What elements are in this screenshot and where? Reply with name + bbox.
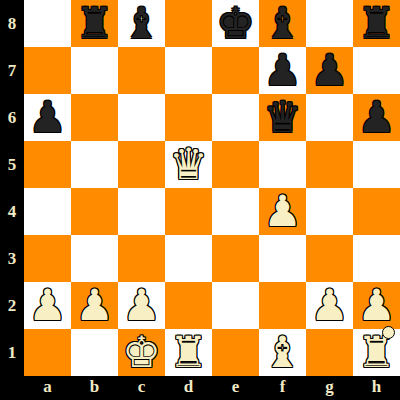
piece-white-queen: ♛ bbox=[165, 141, 212, 188]
square-g5[interactable] bbox=[306, 141, 353, 188]
square-a8[interactable] bbox=[24, 0, 71, 47]
square-f8[interactable]: ♝ bbox=[259, 0, 306, 47]
square-f6[interactable]: ♛ bbox=[259, 94, 306, 141]
square-b7[interactable] bbox=[71, 47, 118, 94]
square-a6[interactable]: ♟ bbox=[24, 94, 71, 141]
piece-white-bishop: ♝ bbox=[259, 329, 306, 376]
piece-black-pawn: ♟ bbox=[24, 94, 71, 141]
square-a5[interactable] bbox=[24, 141, 71, 188]
square-c1[interactable]: ♚ bbox=[118, 329, 165, 376]
file-label-b: b bbox=[71, 376, 118, 400]
square-c6[interactable] bbox=[118, 94, 165, 141]
chess-app: ♜♝♚♝♜♟♟♟♛♟♛♟♟♟♟♟♟♚♜♝♜ 87654321 abcdefgh bbox=[0, 0, 400, 400]
rank-label-6: 6 bbox=[0, 94, 24, 141]
file-label-d: d bbox=[165, 376, 212, 400]
square-h7[interactable] bbox=[353, 47, 400, 94]
square-e1[interactable] bbox=[212, 329, 259, 376]
square-g1[interactable] bbox=[306, 329, 353, 376]
square-a3[interactable] bbox=[24, 235, 71, 282]
square-a1[interactable] bbox=[24, 329, 71, 376]
square-h3[interactable] bbox=[353, 235, 400, 282]
file-label-c: c bbox=[118, 376, 165, 400]
piece-white-pawn: ♟ bbox=[71, 282, 118, 329]
piece-black-rook: ♜ bbox=[353, 0, 400, 47]
square-e6[interactable] bbox=[212, 94, 259, 141]
square-g2[interactable]: ♟ bbox=[306, 282, 353, 329]
square-b6[interactable] bbox=[71, 94, 118, 141]
piece-black-bishop: ♝ bbox=[259, 0, 306, 47]
square-a4[interactable] bbox=[24, 188, 71, 235]
square-g4[interactable] bbox=[306, 188, 353, 235]
file-label-g: g bbox=[306, 376, 353, 400]
file-label-a: a bbox=[24, 376, 71, 400]
square-b5[interactable] bbox=[71, 141, 118, 188]
rank-label-5: 5 bbox=[0, 141, 24, 188]
square-b2[interactable]: ♟ bbox=[71, 282, 118, 329]
file-label-f: f bbox=[259, 376, 306, 400]
square-b3[interactable] bbox=[71, 235, 118, 282]
square-c8[interactable]: ♝ bbox=[118, 0, 165, 47]
square-h2[interactable]: ♟ bbox=[353, 282, 400, 329]
square-a7[interactable] bbox=[24, 47, 71, 94]
square-d3[interactable] bbox=[165, 235, 212, 282]
rank-coordinates: 87654321 bbox=[0, 0, 24, 376]
square-d7[interactable] bbox=[165, 47, 212, 94]
square-h5[interactable] bbox=[353, 141, 400, 188]
rank-label-3: 3 bbox=[0, 235, 24, 282]
square-e8[interactable]: ♚ bbox=[212, 0, 259, 47]
square-c4[interactable] bbox=[118, 188, 165, 235]
square-e2[interactable] bbox=[212, 282, 259, 329]
square-f3[interactable] bbox=[259, 235, 306, 282]
square-e5[interactable] bbox=[212, 141, 259, 188]
square-c2[interactable]: ♟ bbox=[118, 282, 165, 329]
piece-white-pawn: ♟ bbox=[306, 282, 353, 329]
piece-white-rook: ♜ bbox=[165, 329, 212, 376]
square-b8[interactable]: ♜ bbox=[71, 0, 118, 47]
rank-label-4: 4 bbox=[0, 188, 24, 235]
piece-white-pawn: ♟ bbox=[118, 282, 165, 329]
rank-label-2: 2 bbox=[0, 282, 24, 329]
square-h4[interactable] bbox=[353, 188, 400, 235]
square-c7[interactable] bbox=[118, 47, 165, 94]
square-d1[interactable]: ♜ bbox=[165, 329, 212, 376]
square-d8[interactable] bbox=[165, 0, 212, 47]
piece-black-king: ♚ bbox=[212, 0, 259, 47]
square-f1[interactable]: ♝ bbox=[259, 329, 306, 376]
piece-white-pawn: ♟ bbox=[24, 282, 71, 329]
square-g8[interactable] bbox=[306, 0, 353, 47]
square-e3[interactable] bbox=[212, 235, 259, 282]
square-c5[interactable] bbox=[118, 141, 165, 188]
file-label-e: e bbox=[212, 376, 259, 400]
square-f7[interactable]: ♟ bbox=[259, 47, 306, 94]
square-f4[interactable]: ♟ bbox=[259, 188, 306, 235]
square-f2[interactable] bbox=[259, 282, 306, 329]
piece-black-pawn: ♟ bbox=[353, 94, 400, 141]
square-d6[interactable] bbox=[165, 94, 212, 141]
rank-label-8: 8 bbox=[0, 0, 24, 47]
square-b1[interactable] bbox=[71, 329, 118, 376]
piece-black-pawn: ♟ bbox=[259, 47, 306, 94]
rank-label-7: 7 bbox=[0, 47, 24, 94]
circle-marker bbox=[382, 326, 395, 339]
square-g7[interactable]: ♟ bbox=[306, 47, 353, 94]
rank-label-1: 1 bbox=[0, 329, 24, 376]
square-e7[interactable] bbox=[212, 47, 259, 94]
square-e4[interactable] bbox=[212, 188, 259, 235]
file-coordinates: abcdefgh bbox=[24, 376, 400, 400]
piece-white-pawn: ♟ bbox=[259, 188, 306, 235]
square-h8[interactable]: ♜ bbox=[353, 0, 400, 47]
square-d2[interactable] bbox=[165, 282, 212, 329]
square-h6[interactable]: ♟ bbox=[353, 94, 400, 141]
square-c3[interactable] bbox=[118, 235, 165, 282]
square-b4[interactable] bbox=[71, 188, 118, 235]
square-g6[interactable] bbox=[306, 94, 353, 141]
file-label-h: h bbox=[353, 376, 400, 400]
board: ♜♝♚♝♜♟♟♟♛♟♛♟♟♟♟♟♟♚♜♝♜ bbox=[24, 0, 400, 376]
square-a2[interactable]: ♟ bbox=[24, 282, 71, 329]
piece-black-bishop: ♝ bbox=[118, 0, 165, 47]
piece-black-rook: ♜ bbox=[71, 0, 118, 47]
square-g3[interactable] bbox=[306, 235, 353, 282]
square-f5[interactable] bbox=[259, 141, 306, 188]
square-d5[interactable]: ♛ bbox=[165, 141, 212, 188]
square-d4[interactable] bbox=[165, 188, 212, 235]
piece-white-king: ♚ bbox=[118, 329, 165, 376]
piece-black-pawn: ♟ bbox=[306, 47, 353, 94]
piece-white-pawn: ♟ bbox=[353, 282, 400, 329]
piece-black-queen: ♛ bbox=[259, 94, 306, 141]
